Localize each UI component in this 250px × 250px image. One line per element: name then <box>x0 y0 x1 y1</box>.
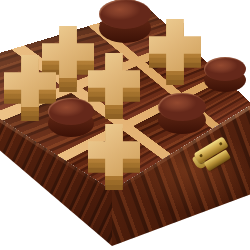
piece-x-r1c1[interactable] <box>88 53 140 119</box>
o-piece-top <box>204 57 246 81</box>
o-piece-top <box>158 93 206 121</box>
o-piece-top <box>99 0 151 29</box>
piece-x-r2c0[interactable] <box>88 124 140 190</box>
o-piece-top <box>48 98 94 125</box>
piece-o-r2c1[interactable] <box>158 93 206 134</box>
piece-o-r0c2[interactable] <box>99 0 151 43</box>
piece-x-r1c2[interactable] <box>149 19 201 85</box>
product-photo <box>0 0 250 250</box>
piece-o-r2c2[interactable] <box>204 57 246 92</box>
